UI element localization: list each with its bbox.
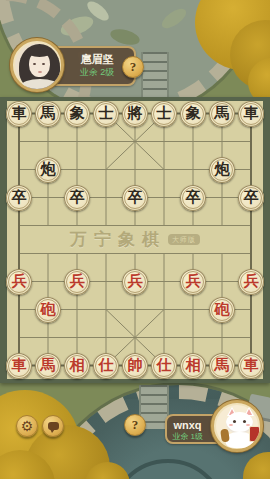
game-screen: 万宁象棋 大师版 車馬象士將士象馬車炮炮卒卒卒卒卒兵兵兵兵兵砲砲車馬相仕帥仕相馬… [0,0,270,479]
xiangqi-piece-black[interactable]: 卒 [238,185,264,211]
xiangqi-piece-red[interactable]: 仕 [93,353,119,379]
xiangqi-piece-red[interactable]: 兵 [6,269,32,295]
xiangqi-piece-red[interactable]: 車 [238,353,264,379]
avatar-mouth [38,71,42,73]
xiangqi-piece-red[interactable]: 兵 [180,269,206,295]
cat-eye [233,420,236,423]
chat-button[interactable] [42,415,64,437]
xiangqi-piece-black[interactable]: 卒 [180,185,206,211]
xiangqi-piece-red[interactable]: 兵 [64,269,90,295]
cat-eye [243,420,246,423]
xiangqi-piece-black[interactable]: 炮 [209,157,235,183]
xiangqi-piece-red[interactable]: 仕 [151,353,177,379]
xiangqi-piece-black[interactable]: 馬 [35,101,61,127]
xiangqi-piece-red[interactable]: 兵 [122,269,148,295]
xiangqi-piece-red[interactable]: 砲 [209,297,235,323]
speech-bubble-icon [48,422,59,430]
question-icon: ? [132,417,139,433]
bottom-player-level: 业余 1级 [167,431,208,442]
xiangqi-piece-red[interactable]: 馬 [35,353,61,379]
xiangqi-piece-red[interactable]: 車 [6,353,32,379]
xiangqi-piece-red[interactable]: 相 [180,353,206,379]
xiangqi-piece-red[interactable]: 帥 [122,353,148,379]
xiangqi-piece-black[interactable]: 象 [64,101,90,127]
pieces-grid: 車馬象士將士象馬車炮炮卒卒卒卒卒兵兵兵兵兵砲砲車馬相仕帥仕相馬車 [5,100,266,380]
cat-blush [229,424,233,426]
xiangqi-board: 万宁象棋 大师版 車馬象士將士象馬車炮炮卒卒卒卒卒兵兵兵兵兵砲砲車馬相仕帥仕相馬… [0,97,270,383]
xiangqi-piece-black[interactable]: 炮 [35,157,61,183]
question-icon: ? [130,59,137,75]
xiangqi-piece-black[interactable]: 士 [93,101,119,127]
cat-card [249,426,260,442]
xiangqi-piece-black[interactable]: 車 [6,101,32,127]
top-help-button[interactable]: ? [122,56,144,78]
cat-fish [220,429,230,443]
xiangqi-piece-black[interactable]: 馬 [209,101,235,127]
settings-button[interactable]: ⚙ [16,415,38,437]
stone-steps-top [141,52,169,98]
xiangqi-piece-red[interactable]: 兵 [238,269,264,295]
gear-icon: ⚙ [21,419,34,433]
xiangqi-piece-red[interactable]: 相 [64,353,90,379]
xiangqi-piece-red[interactable]: 砲 [35,297,61,323]
xiangqi-piece-black[interactable]: 卒 [6,185,32,211]
xiangqi-piece-black[interactable]: 象 [180,101,206,127]
avatar-fringe [27,47,52,57]
xiangqi-piece-black[interactable]: 士 [151,101,177,127]
avatar-eye [33,63,36,65]
bottom-player-avatar[interactable] [211,400,263,452]
xiangqi-piece-black[interactable]: 卒 [122,185,148,211]
top-player-avatar[interactable] [10,38,64,92]
xiangqi-piece-black[interactable]: 將 [122,101,148,127]
xiangqi-piece-black[interactable]: 車 [238,101,264,127]
bottom-player-name: wnxq [167,419,208,431]
avatar-eye [42,63,45,65]
bottom-help-button[interactable]: ? [124,414,146,436]
xiangqi-piece-black[interactable]: 卒 [64,185,90,211]
xiangqi-piece-red[interactable]: 馬 [209,353,235,379]
